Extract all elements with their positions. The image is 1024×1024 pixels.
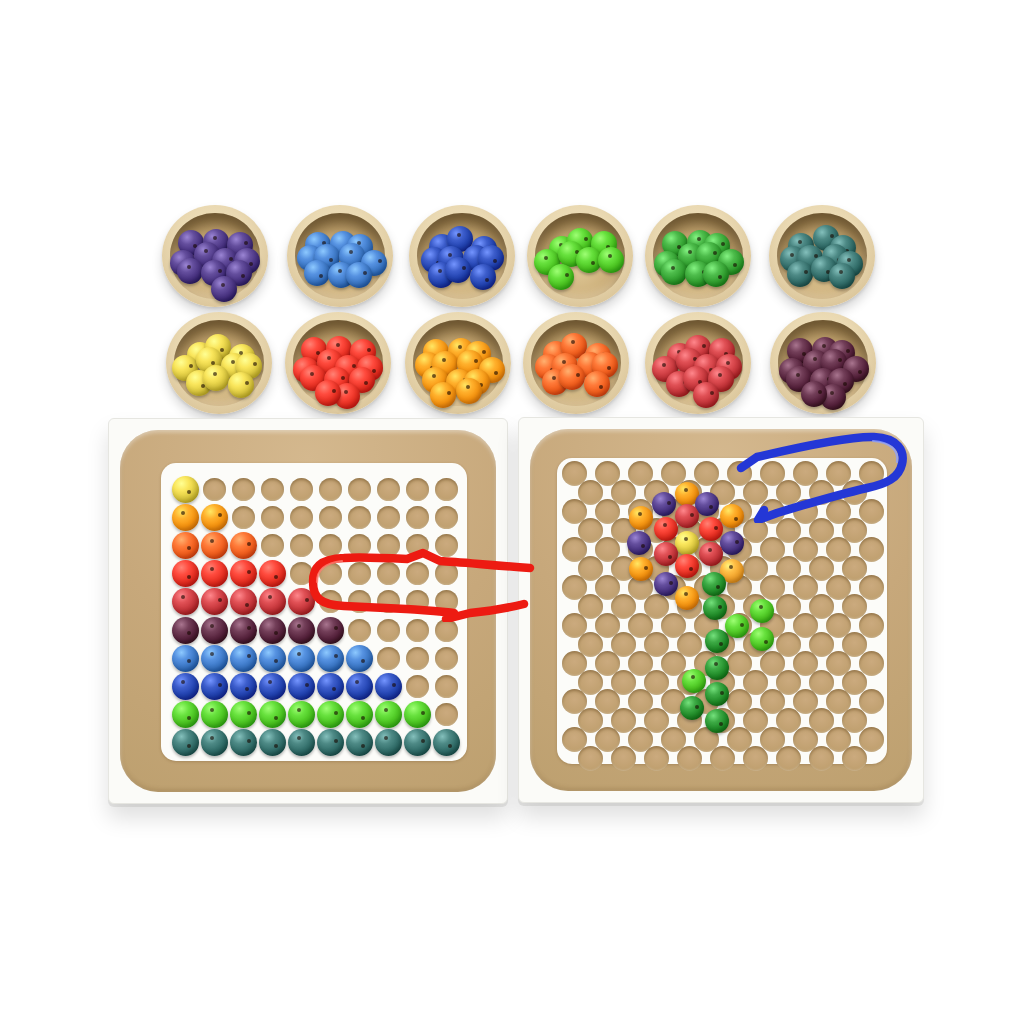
peg-hole	[435, 478, 458, 501]
bead-light_green	[346, 701, 373, 728]
bead-purple	[652, 492, 676, 516]
bead-hole-dot	[764, 640, 768, 644]
bead-hole-dot	[719, 722, 723, 726]
peg-hole	[261, 506, 284, 529]
peg-hole	[203, 478, 226, 501]
bead-hole-dot	[714, 662, 718, 666]
bead-bowl-purple	[162, 205, 268, 307]
bead-dark_red	[259, 588, 286, 615]
bead-hole-dot	[644, 566, 648, 570]
bead-teal	[404, 729, 431, 756]
bead-hole-dot	[247, 570, 251, 574]
bead-hole-dot	[378, 259, 382, 263]
bead-hole-dot	[843, 382, 847, 386]
bead-hole-dot	[187, 575, 191, 579]
bead-hole-dot	[721, 242, 725, 246]
bead-dark_blue	[445, 257, 471, 283]
bead-hole-dot	[332, 389, 336, 393]
bead-stem_green	[705, 629, 729, 653]
bead-light_green	[375, 701, 402, 728]
peg-hole	[406, 478, 429, 501]
bead-hole-dot	[245, 687, 249, 691]
bead-hole-dot	[334, 626, 338, 630]
bead-hole-dot	[668, 555, 672, 559]
bead-hole-dot	[218, 513, 222, 517]
bead-light_green	[548, 264, 574, 290]
bead-hole-dot	[641, 544, 645, 548]
bead-hole-dot	[355, 680, 359, 684]
bead-dark_blue	[230, 673, 257, 700]
bead-teal	[433, 729, 460, 756]
bead-hole-dot	[740, 623, 744, 627]
bead-hole-dot	[181, 595, 185, 599]
bead-teal	[375, 729, 402, 756]
bead-red	[259, 560, 286, 587]
bead-hole-dot	[830, 391, 834, 395]
peg-hole	[406, 647, 429, 670]
bead-hole-dot	[448, 744, 452, 748]
bead-hole-dot	[181, 680, 185, 684]
bead-hole-dot	[187, 659, 191, 663]
bead-hole-dot	[599, 385, 603, 389]
bead-hole-dot	[187, 631, 191, 635]
bead-hole-dot	[297, 624, 301, 628]
bead-green	[661, 259, 687, 285]
peg-hole	[435, 675, 458, 698]
bead-stem_green	[680, 696, 704, 720]
bead-hole-dot	[334, 654, 338, 658]
bead-blue	[230, 645, 257, 672]
bead-hole-dot	[708, 548, 712, 552]
bead-yellow	[675, 531, 699, 555]
bead-hole-dot	[361, 716, 365, 720]
peg-hole	[644, 746, 669, 771]
bead-teal	[829, 263, 855, 289]
peg-hole	[319, 478, 342, 501]
bead-hole-dot	[697, 237, 701, 241]
bead-hole-dot	[669, 581, 673, 585]
bead-teal	[346, 729, 373, 756]
bead-hole-dot	[297, 736, 301, 740]
bead-hole-dot	[716, 585, 720, 589]
peg-hole	[710, 746, 735, 771]
bead-stem_green	[705, 709, 729, 733]
bead-plum	[201, 617, 228, 644]
bead-hole-dot	[247, 626, 251, 630]
bead-blue	[304, 260, 330, 286]
bead-hole-dot	[187, 490, 191, 494]
bead-dark_blue	[172, 673, 199, 700]
bead-hole-dot	[268, 595, 272, 599]
bead-orange	[456, 378, 482, 404]
peg-hole	[377, 647, 400, 670]
bead-hole-dot	[274, 631, 278, 635]
bead-hole-dot	[297, 652, 301, 656]
bead-bowl-orange	[405, 312, 511, 414]
bead-hole-dot	[718, 373, 722, 377]
bead-hole-dot	[729, 565, 733, 569]
bead-hole-dot	[442, 358, 446, 362]
bead-plum	[259, 617, 286, 644]
peg-hole	[348, 478, 371, 501]
bead-hole-dot	[796, 373, 800, 377]
bead-teal	[787, 261, 813, 287]
bead-blue	[201, 645, 228, 672]
bead-dark_red	[675, 504, 699, 528]
bead-teal	[259, 729, 286, 756]
bead-hole-dot	[714, 526, 718, 530]
peg-hole	[776, 746, 801, 771]
bead-hole-dot	[447, 391, 451, 395]
bead-hole-dot	[458, 345, 462, 349]
bead-hole-dot	[244, 241, 248, 245]
peg-hole	[611, 746, 636, 771]
bead-red	[675, 554, 699, 578]
bead-hole-dot	[726, 361, 730, 365]
bead-hole-dot	[361, 744, 365, 748]
bead-blue	[346, 645, 373, 672]
bead-hole-dot	[822, 344, 826, 348]
bead-orange_red	[201, 532, 228, 559]
bead-orange	[201, 504, 228, 531]
bead-hole-dot	[187, 265, 191, 269]
bead-plum	[230, 617, 257, 644]
bead-hole-dot	[187, 716, 191, 720]
bead-light_green	[598, 247, 624, 273]
bead-hole-dot	[210, 567, 214, 571]
bead-hole-dot	[702, 344, 706, 348]
peg-hole	[377, 478, 400, 501]
bead-dark_red	[172, 588, 199, 615]
bead-orange	[172, 504, 199, 531]
peg-hole	[290, 506, 313, 529]
bead-hole-dot	[438, 269, 442, 273]
bead-hole-dot	[213, 372, 217, 376]
peg-hole	[406, 506, 429, 529]
bead-hole-dot	[733, 263, 737, 267]
bead-hole-dot	[457, 233, 461, 237]
bead-purple	[720, 531, 744, 555]
bead-hole-dot	[695, 705, 699, 709]
peg-hole	[261, 478, 284, 501]
bead-light_green	[404, 701, 431, 728]
bead-hole-dot	[462, 266, 466, 270]
bead-hole-dot	[688, 250, 692, 254]
bead-hole-dot	[847, 258, 851, 262]
bead-hole-dot	[485, 278, 489, 282]
bead-yellow	[228, 372, 254, 398]
bead-hole-dot	[241, 274, 245, 278]
bead-light_green	[750, 599, 774, 623]
bead-hole-dot	[218, 269, 222, 273]
bead-light_green	[725, 614, 749, 638]
bead-hole-dot	[689, 567, 693, 571]
bead-blue	[288, 645, 315, 672]
bead-hole-dot	[493, 259, 497, 263]
bead-stem_green	[705, 682, 729, 706]
bead-red	[172, 560, 199, 587]
bead-light_green	[750, 627, 774, 651]
bead-hole-dot	[718, 605, 722, 609]
bead-hole-dot	[247, 711, 251, 715]
bead-dark_blue	[346, 673, 373, 700]
bead-teal	[201, 729, 228, 756]
product-photo	[0, 0, 1024, 1024]
bead-red	[699, 517, 723, 541]
peg-hole	[809, 746, 834, 771]
bead-hole-dot	[231, 360, 235, 364]
bead-bowl-red	[285, 312, 391, 414]
bead-hole-dot	[562, 360, 566, 364]
bead-hole-dot	[565, 273, 569, 277]
bead-hole-dot	[790, 253, 794, 257]
bead-hole-dot	[181, 511, 185, 515]
bead-orange_red	[230, 532, 257, 559]
bead-stem_green	[705, 656, 729, 680]
bead-hole-dot	[310, 372, 314, 376]
bead-hole-dot	[220, 348, 224, 352]
bead-green	[703, 261, 729, 287]
bead-hole-dot	[361, 659, 365, 663]
bead-hole-dot	[349, 250, 353, 254]
bead-hole-dot	[187, 744, 191, 748]
bead-hole-dot	[253, 362, 257, 366]
bead-light_green	[201, 701, 228, 728]
bead-hole-dot	[327, 356, 331, 360]
bead-hole-dot	[813, 357, 817, 361]
bead-hole-dot	[210, 736, 214, 740]
bead-hole-dot	[474, 359, 478, 363]
peg-hole	[290, 478, 313, 501]
bead-yellow	[203, 365, 229, 391]
bead-orange_red	[559, 364, 585, 390]
bead-hole-dot	[720, 691, 724, 695]
bead-stem_green	[703, 596, 727, 620]
bead-red	[230, 560, 257, 587]
bead-hole-dot	[421, 711, 425, 715]
bead-bowl-green	[645, 205, 751, 307]
bead-dark_red	[699, 542, 723, 566]
bead-red	[315, 380, 341, 406]
bead-hole-dot	[552, 376, 556, 380]
bead-hole-dot	[384, 736, 388, 740]
bead-bowl-dark_blue	[409, 205, 515, 307]
bead-hole-dot	[213, 236, 217, 240]
bead-hole-dot	[638, 512, 642, 516]
bead-hole-dot	[392, 683, 396, 687]
blue-tweezers	[733, 421, 917, 523]
bead-teal	[288, 729, 315, 756]
bead-hole-dot	[210, 539, 214, 543]
peg-hole	[261, 534, 284, 557]
bead-dark_red	[693, 382, 719, 408]
bead-hole-dot	[713, 251, 717, 255]
bead-purple	[177, 258, 203, 284]
bead-hole-dot	[336, 343, 340, 347]
bead-orange	[629, 506, 653, 530]
bead-dark_blue	[470, 264, 496, 290]
bead-blue	[172, 645, 199, 672]
bead-hole-dot	[247, 654, 251, 658]
bead-hole-dot	[576, 373, 580, 377]
peg-hole	[435, 647, 458, 670]
bead-hole-dot	[329, 258, 333, 262]
bead-hole-dot	[494, 371, 498, 375]
bead-hole-dot	[247, 542, 251, 546]
bead-light_green	[682, 669, 706, 693]
bead-hole-dot	[189, 364, 193, 368]
bead-hole-dot	[384, 708, 388, 712]
bead-hole-dot	[691, 675, 695, 679]
bead-hole-dot	[838, 358, 842, 362]
bead-bowl-light_green	[527, 205, 633, 307]
bead-hole-dot	[344, 390, 348, 394]
bead-dark_red	[201, 588, 228, 615]
bead-hole-dot	[671, 266, 675, 270]
bead-hole-dot	[305, 683, 309, 687]
peg-hole	[232, 478, 255, 501]
bead-hole-dot	[218, 598, 222, 602]
bead-hole-dot	[332, 687, 336, 691]
bead-hole-dot	[421, 739, 425, 743]
bead-dark_blue	[317, 673, 344, 700]
bead-hole-dot	[709, 505, 713, 509]
bead-hole-dot	[804, 270, 808, 274]
bead-dark_blue	[288, 673, 315, 700]
bead-hole-dot	[818, 390, 822, 394]
bead-hole-dot	[245, 381, 249, 385]
bead-red	[201, 560, 228, 587]
peg-hole	[677, 746, 702, 771]
bead-hole-dot	[710, 391, 714, 395]
bead-bowl-plum	[770, 312, 876, 414]
bead-dark_blue	[375, 673, 402, 700]
bead-hole-dot	[662, 363, 666, 367]
bead-hole-dot	[210, 708, 214, 712]
bead-light_green	[288, 701, 315, 728]
bead-hole-dot	[363, 271, 367, 275]
peg-hole	[435, 506, 458, 529]
bead-bowl-teal	[769, 205, 875, 307]
bead-purple	[211, 276, 237, 302]
bead-plum	[172, 617, 199, 644]
bead-dark_blue	[259, 673, 286, 700]
bead-light_green	[172, 701, 199, 728]
bead-hole-dot	[690, 513, 694, 517]
peg-hole	[743, 746, 768, 771]
bead-hole-dot	[858, 370, 862, 374]
bead-hole-dot	[544, 256, 548, 260]
bead-hole-dot	[684, 537, 688, 541]
bead-blue	[317, 645, 344, 672]
bead-hole-dot	[607, 366, 611, 370]
bead-teal	[317, 729, 344, 756]
bead-hole-dot	[221, 283, 225, 287]
bead-purple	[654, 572, 678, 596]
bead-hole-dot	[448, 253, 452, 257]
bead-yellow	[172, 476, 199, 503]
bead-hole-dot	[204, 249, 208, 253]
bead-hole-dot	[759, 605, 763, 609]
bead-hole-dot	[798, 240, 802, 244]
peg-hole	[319, 506, 342, 529]
peg-hole	[348, 506, 371, 529]
peg-hole	[377, 506, 400, 529]
bead-hole-dot	[591, 261, 595, 265]
bead-light_green	[317, 701, 344, 728]
bead-hole-dot	[718, 275, 722, 279]
bead-hole-dot	[663, 523, 667, 527]
bead-stem_green	[702, 572, 726, 596]
bead-hole-dot	[684, 592, 688, 596]
bead-orange_red	[584, 371, 610, 397]
bead-hole-dot	[684, 488, 688, 492]
bead-teal	[230, 729, 257, 756]
bead-hole-dot	[367, 348, 371, 352]
bead-hole-dot	[839, 270, 843, 274]
bead-bowl-blue	[287, 205, 393, 307]
bead-hole-dot	[608, 254, 612, 258]
bead-hole-dot	[274, 716, 278, 720]
bead-orange	[675, 586, 699, 610]
bead-hole-dot	[482, 350, 486, 354]
bead-light_green	[230, 701, 257, 728]
bead-bowl-yellow	[166, 312, 272, 414]
bead-hole-dot	[210, 624, 214, 628]
bead-hole-dot	[218, 683, 222, 687]
peg-hole	[232, 506, 255, 529]
bead-orange	[430, 382, 456, 408]
bead-blue	[259, 645, 286, 672]
bead-hole-dot	[571, 340, 575, 344]
bead-bowl-orange_red	[523, 312, 629, 414]
bead-plum	[801, 381, 827, 407]
bead-hole-dot	[268, 680, 272, 684]
bead-red	[654, 517, 678, 541]
bead-hole-dot	[334, 739, 338, 743]
bead-hole-dot	[667, 501, 671, 505]
bead-purple	[627, 531, 651, 555]
bead-hole-dot	[466, 385, 470, 389]
bead-hole-dot	[735, 540, 739, 544]
bead-orange	[629, 557, 653, 581]
bead-hole-dot	[584, 237, 588, 241]
bead-bowl-dark_red	[645, 312, 751, 414]
bead-hole-dot	[432, 374, 436, 378]
bead-hole-dot	[846, 349, 850, 353]
bead-hole-dot	[341, 376, 345, 380]
peg-hole	[578, 746, 603, 771]
bead-hole-dot	[338, 269, 342, 273]
bead-blue	[346, 262, 372, 288]
bead-hole-dot	[334, 711, 338, 715]
bead-hole-dot	[719, 642, 723, 646]
peg-hole	[406, 675, 429, 698]
red-tweezers	[302, 546, 538, 622]
bead-hole-dot	[319, 274, 323, 278]
bead-light_green	[259, 701, 286, 728]
bead-hole-dot	[364, 381, 368, 385]
peg-hole	[435, 703, 458, 726]
peg-hole	[842, 746, 867, 771]
bead-hole-dot	[274, 659, 278, 663]
bead-hole-dot	[274, 575, 278, 579]
bead-orange_red	[172, 532, 199, 559]
bead-teal	[172, 729, 199, 756]
bead-dark_blue	[201, 673, 228, 700]
bead-hole-dot	[210, 652, 214, 656]
bead-hole-dot	[187, 546, 191, 550]
